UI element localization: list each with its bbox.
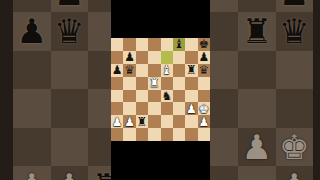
square-e6[interactable]: ♝ [161,64,173,77]
square-c8[interactable] [136,38,148,51]
square-a5 [13,51,51,90]
square-d1[interactable] [148,128,160,141]
black-queen-h6: ♛ [198,64,209,76]
square-h6[interactable]: ♛ [198,64,210,77]
square-h3: ♚ [276,128,314,167]
square-g6[interactable]: ♜ [185,64,197,77]
white-pawn-h2: ♟ [198,116,209,128]
black-king-h8: ♚ [198,38,209,50]
square-g4 [238,89,276,128]
square-h6: ♛ [276,12,314,51]
square-f3[interactable] [173,102,185,115]
square-a2: ♟ [13,166,51,180]
white-pawn-g3: ♟ [242,130,272,164]
white-pawn-b2: ♟ [124,116,135,128]
square-c5[interactable] [136,77,148,90]
square-h7: ♟ [276,0,314,12]
video-letterbox: ♝♚♟♟♟♛♝♜♛♜♞♟♚♟♟♜♟ [111,0,210,180]
white-pawn-b2: ♟ [54,169,84,180]
square-f6[interactable] [173,64,185,77]
square-h4[interactable] [198,90,210,103]
square-g3[interactable]: ♟ [185,102,197,115]
square-b2: ♟ [51,166,89,180]
square-f8[interactable]: ♝ [173,38,185,51]
square-b5 [51,51,89,90]
square-b1[interactable] [123,128,135,141]
square-e8[interactable] [161,38,173,51]
square-c7[interactable] [136,51,148,64]
square-g8[interactable] [185,38,197,51]
square-b4[interactable] [123,90,135,103]
black-bishop-f8: ♝ [174,38,185,50]
black-pawn-b7: ♟ [54,0,84,10]
black-pawn-h7: ♟ [279,0,309,10]
square-b2[interactable]: ♟ [123,115,135,128]
square-g6: ♜ [238,12,276,51]
black-queen-b6: ♛ [54,14,84,48]
square-d2[interactable] [148,115,160,128]
square-g4[interactable] [185,90,197,103]
square-g7[interactable] [185,51,197,64]
black-pawn-b7: ♟ [124,51,135,63]
square-h4 [276,89,314,128]
square-a6[interactable]: ♟ [111,64,123,77]
square-b4 [51,89,89,128]
square-f2[interactable] [173,115,185,128]
square-b3 [51,128,89,167]
square-d4[interactable] [148,90,160,103]
white-pawn-a2: ♟ [17,169,47,180]
square-g2[interactable] [185,115,197,128]
square-d8[interactable] [148,38,160,51]
chess-board[interactable]: ♝♚♟♟♟♛♝♜♛♜♞♟♚♟♟♜♟ [111,38,210,141]
square-g7 [238,0,276,12]
square-h1[interactable] [198,128,210,141]
black-knight-e4: ♞ [161,90,172,102]
square-a3[interactable] [111,102,123,115]
square-f5[interactable] [173,77,185,90]
square-h2: ♟ [276,166,314,180]
square-a6: ♟ [13,12,51,51]
square-f1[interactable] [173,128,185,141]
black-rook-g6: ♜ [186,64,197,76]
square-e1[interactable] [161,128,173,141]
black-queen-h6: ♛ [279,14,309,48]
square-b7: ♟ [51,0,89,12]
square-d5[interactable]: ♜ [148,77,160,90]
white-pawn-g3: ♟ [186,103,197,115]
square-h7[interactable]: ♟ [198,51,210,64]
square-a3 [13,128,51,167]
square-c4[interactable] [136,90,148,103]
square-g5[interactable] [185,77,197,90]
white-rook-d5: ♜ [149,77,160,89]
square-b6[interactable]: ♛ [123,64,135,77]
square-e5[interactable] [161,77,173,90]
white-king-h3: ♚ [279,130,309,164]
square-d3[interactable] [148,102,160,115]
square-a7 [13,0,51,12]
white-bishop-e6: ♝ [161,64,172,76]
square-g1[interactable] [185,128,197,141]
square-h5 [276,51,314,90]
black-pawn-h7: ♟ [198,51,209,63]
square-g5 [238,51,276,90]
square-h3[interactable]: ♚ [198,102,210,115]
square-a4[interactable] [111,90,123,103]
square-c6[interactable] [136,64,148,77]
square-a1[interactable] [111,128,123,141]
square-f4[interactable] [173,90,185,103]
black-queen-b6: ♛ [124,64,135,76]
square-a2[interactable]: ♟ [111,115,123,128]
square-d6[interactable] [148,64,160,77]
black-pawn-a6: ♟ [17,14,47,48]
square-a8[interactable] [111,38,123,51]
white-pawn-h2: ♟ [279,169,309,180]
black-rook-g6: ♜ [242,14,272,48]
square-b7[interactable]: ♟ [123,51,135,64]
white-pawn-a2: ♟ [112,116,123,128]
square-a4 [13,89,51,128]
white-king-h3: ♚ [198,103,209,115]
square-a7[interactable] [111,51,123,64]
square-b8[interactable] [123,38,135,51]
square-b3[interactable] [123,102,135,115]
black-pawn-a6: ♟ [112,64,123,76]
square-h8[interactable]: ♚ [198,38,210,51]
square-e2[interactable] [161,115,173,128]
square-g3: ♟ [238,128,276,167]
square-c3[interactable] [136,102,148,115]
square-e7[interactable] [161,51,173,64]
square-h5[interactable] [198,77,210,90]
square-c2[interactable]: ♜ [136,115,148,128]
video-frame: ♝♚♟♟♟♛♝♜♛♜♞♟♚♟♟♜♟ ♝♚♟♟♟♛♝♜♛♜♞♟♚♟♟♜♟ [0,0,320,180]
square-e3[interactable] [161,102,173,115]
square-g2 [238,166,276,180]
square-a5[interactable] [111,77,123,90]
square-b5[interactable] [123,77,135,90]
square-b6: ♛ [51,12,89,51]
square-c1[interactable] [136,128,148,141]
black-rook-c2: ♜ [137,116,148,128]
square-e4[interactable]: ♞ [161,90,173,103]
square-d7[interactable] [148,51,160,64]
square-f7[interactable] [173,51,185,64]
square-h2[interactable]: ♟ [198,115,210,128]
